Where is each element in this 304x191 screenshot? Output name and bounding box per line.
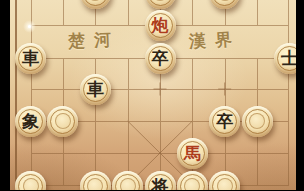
piece-character: 将	[152, 178, 169, 191]
piece-卒-black[interactable]: 卒	[209, 106, 240, 137]
piece-車-black[interactable]: 車	[80, 74, 111, 105]
piece-character: 馬	[184, 145, 201, 162]
hidden-piece-blank-face	[87, 178, 103, 190]
piece-character: 卒	[216, 113, 233, 130]
piece-炮-red[interactable]: 炮	[145, 10, 176, 41]
piece-象-black[interactable]: 象	[15, 106, 46, 137]
piece-hidden-face-down[interactable]	[242, 106, 273, 137]
hidden-piece-blank-face	[120, 178, 136, 190]
xiangqi-board[interactable]: 楚河 漢界 炮車卒士車象卒馬将	[10, 0, 296, 190]
piece-hidden-face-down[interactable]	[47, 106, 78, 137]
piece-車-black[interactable]: 車	[15, 43, 46, 74]
hidden-piece-blank-face	[152, 0, 168, 1]
hidden-piece-blank-face	[55, 113, 71, 129]
hidden-piece-blank-face	[87, 0, 103, 1]
piece-卒-black[interactable]: 卒	[145, 43, 176, 74]
piece-character: 象	[22, 113, 39, 130]
piece-character: 卒	[152, 50, 169, 67]
piece-character: 車	[22, 50, 39, 67]
letterbox-bar-right	[296, 0, 304, 190]
sparkle-effect	[23, 20, 36, 33]
hidden-piece-blank-face	[184, 178, 200, 190]
game-screen: 楚河 漢界 炮車卒士車象卒馬将	[0, 0, 304, 190]
hidden-piece-blank-face	[217, 0, 233, 1]
hidden-piece-blank-face	[249, 113, 265, 129]
hidden-piece-blank-face	[23, 178, 39, 190]
letterbox-bar-left	[0, 0, 10, 190]
river-label-han-jie: 漢界	[188, 28, 241, 54]
piece-character: 車	[87, 81, 104, 98]
piece-character: 炮	[152, 17, 169, 34]
piece-馬-red[interactable]: 馬	[177, 138, 208, 169]
river-label-chu-he: 楚河	[68, 28, 121, 53]
hidden-piece-blank-face	[217, 178, 233, 190]
